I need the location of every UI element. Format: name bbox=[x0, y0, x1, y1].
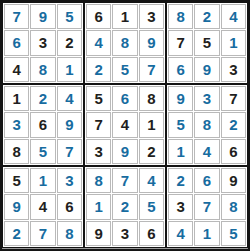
cell-r9c3[interactable]: 8 bbox=[57, 221, 82, 246]
cell-r8c1[interactable]: 9 bbox=[4, 194, 29, 219]
cell-r8c3[interactable]: 6 bbox=[57, 194, 82, 219]
sudoku-board: 7956324816134892578247516931243698575687… bbox=[0, 0, 250, 251]
cell-r8c9[interactable]: 8 bbox=[221, 194, 246, 219]
cell-r6c9[interactable]: 6 bbox=[221, 139, 246, 164]
cell-r7c7[interactable]: 2 bbox=[168, 168, 193, 193]
cell-r2c3[interactable]: 2 bbox=[57, 30, 82, 55]
cell-r3c4[interactable]: 2 bbox=[86, 57, 111, 82]
box-9: 269378415 bbox=[166, 166, 248, 248]
cell-r4c8[interactable]: 3 bbox=[194, 86, 219, 111]
cell-r7c3[interactable]: 3 bbox=[57, 168, 82, 193]
cell-r8c6[interactable]: 5 bbox=[139, 194, 164, 219]
cell-r2c6[interactable]: 9 bbox=[139, 30, 164, 55]
cell-r7c5[interactable]: 7 bbox=[112, 168, 137, 193]
cell-r2c7[interactable]: 7 bbox=[168, 30, 193, 55]
cell-r9c8[interactable]: 1 bbox=[194, 221, 219, 246]
box-4: 124369857 bbox=[2, 84, 84, 166]
cell-r6c6[interactable]: 2 bbox=[139, 139, 164, 164]
cell-r7c6[interactable]: 4 bbox=[139, 168, 164, 193]
cell-r5c3[interactable]: 9 bbox=[57, 112, 82, 137]
box-3: 824751693 bbox=[166, 2, 248, 84]
cell-r3c3[interactable]: 1 bbox=[57, 57, 82, 82]
cell-r7c8[interactable]: 6 bbox=[194, 168, 219, 193]
cell-r4c7[interactable]: 9 bbox=[168, 86, 193, 111]
cell-r4c2[interactable]: 2 bbox=[30, 86, 55, 111]
cell-r8c2[interactable]: 4 bbox=[30, 194, 55, 219]
cell-r6c3[interactable]: 7 bbox=[57, 139, 82, 164]
cell-r7c2[interactable]: 1 bbox=[30, 168, 55, 193]
cell-r4c6[interactable]: 8 bbox=[139, 86, 164, 111]
cell-r9c1[interactable]: 2 bbox=[4, 221, 29, 246]
cell-r5c5[interactable]: 4 bbox=[112, 112, 137, 137]
box-8: 874125936 bbox=[84, 166, 166, 248]
cell-r1c8[interactable]: 2 bbox=[194, 4, 219, 29]
box-5: 568741392 bbox=[84, 84, 166, 166]
cell-r3c8[interactable]: 9 bbox=[194, 57, 219, 82]
cell-r1c9[interactable]: 4 bbox=[221, 4, 246, 29]
cell-r3c5[interactable]: 5 bbox=[112, 57, 137, 82]
cell-r9c6[interactable]: 6 bbox=[139, 221, 164, 246]
cell-r2c9[interactable]: 1 bbox=[221, 30, 246, 55]
cell-r3c9[interactable]: 3 bbox=[221, 57, 246, 82]
cell-r4c1[interactable]: 1 bbox=[4, 86, 29, 111]
cell-r6c1[interactable]: 8 bbox=[4, 139, 29, 164]
cell-r8c5[interactable]: 2 bbox=[112, 194, 137, 219]
cell-r6c4[interactable]: 3 bbox=[86, 139, 111, 164]
cell-r9c5[interactable]: 3 bbox=[112, 221, 137, 246]
cell-r1c3[interactable]: 5 bbox=[57, 4, 82, 29]
cell-r5c4[interactable]: 7 bbox=[86, 112, 111, 137]
cell-r6c2[interactable]: 5 bbox=[30, 139, 55, 164]
cell-r8c7[interactable]: 3 bbox=[168, 194, 193, 219]
box-1: 795632481 bbox=[2, 2, 84, 84]
cell-r9c4[interactable]: 9 bbox=[86, 221, 111, 246]
cell-r1c4[interactable]: 6 bbox=[86, 4, 111, 29]
cell-r5c6[interactable]: 1 bbox=[139, 112, 164, 137]
cell-r5c8[interactable]: 8 bbox=[194, 112, 219, 137]
cell-r4c4[interactable]: 5 bbox=[86, 86, 111, 111]
cell-r4c5[interactable]: 6 bbox=[112, 86, 137, 111]
cell-r9c2[interactable]: 7 bbox=[30, 221, 55, 246]
cell-r2c5[interactable]: 8 bbox=[112, 30, 137, 55]
cell-r3c2[interactable]: 8 bbox=[30, 57, 55, 82]
cell-r7c4[interactable]: 8 bbox=[86, 168, 111, 193]
cell-r3c6[interactable]: 7 bbox=[139, 57, 164, 82]
cell-r4c3[interactable]: 4 bbox=[57, 86, 82, 111]
cell-r1c5[interactable]: 1 bbox=[112, 4, 137, 29]
cell-r1c2[interactable]: 9 bbox=[30, 4, 55, 29]
box-2: 613489257 bbox=[84, 2, 166, 84]
cell-r5c7[interactable]: 5 bbox=[168, 112, 193, 137]
cell-r6c5[interactable]: 9 bbox=[112, 139, 137, 164]
cell-r3c1[interactable]: 4 bbox=[4, 57, 29, 82]
cell-r5c1[interactable]: 3 bbox=[4, 112, 29, 137]
cell-r9c7[interactable]: 4 bbox=[168, 221, 193, 246]
cell-r9c9[interactable]: 5 bbox=[221, 221, 246, 246]
cell-r1c6[interactable]: 3 bbox=[139, 4, 164, 29]
cell-r7c1[interactable]: 5 bbox=[4, 168, 29, 193]
cell-r2c2[interactable]: 3 bbox=[30, 30, 55, 55]
cell-r5c9[interactable]: 2 bbox=[221, 112, 246, 137]
box-7: 513946278 bbox=[2, 166, 84, 248]
cell-r6c8[interactable]: 4 bbox=[194, 139, 219, 164]
cell-r8c4[interactable]: 1 bbox=[86, 194, 111, 219]
cell-r2c8[interactable]: 5 bbox=[194, 30, 219, 55]
cell-r3c7[interactable]: 6 bbox=[168, 57, 193, 82]
cell-r8c8[interactable]: 7 bbox=[194, 194, 219, 219]
cell-r2c1[interactable]: 6 bbox=[4, 30, 29, 55]
box-6: 937582146 bbox=[166, 84, 248, 166]
cell-r4c9[interactable]: 7 bbox=[221, 86, 246, 111]
cell-r7c9[interactable]: 9 bbox=[221, 168, 246, 193]
cell-r6c7[interactable]: 1 bbox=[168, 139, 193, 164]
cell-r1c7[interactable]: 8 bbox=[168, 4, 193, 29]
cell-r2c4[interactable]: 4 bbox=[86, 30, 111, 55]
cell-r5c2[interactable]: 6 bbox=[30, 112, 55, 137]
cell-r1c1[interactable]: 7 bbox=[4, 4, 29, 29]
